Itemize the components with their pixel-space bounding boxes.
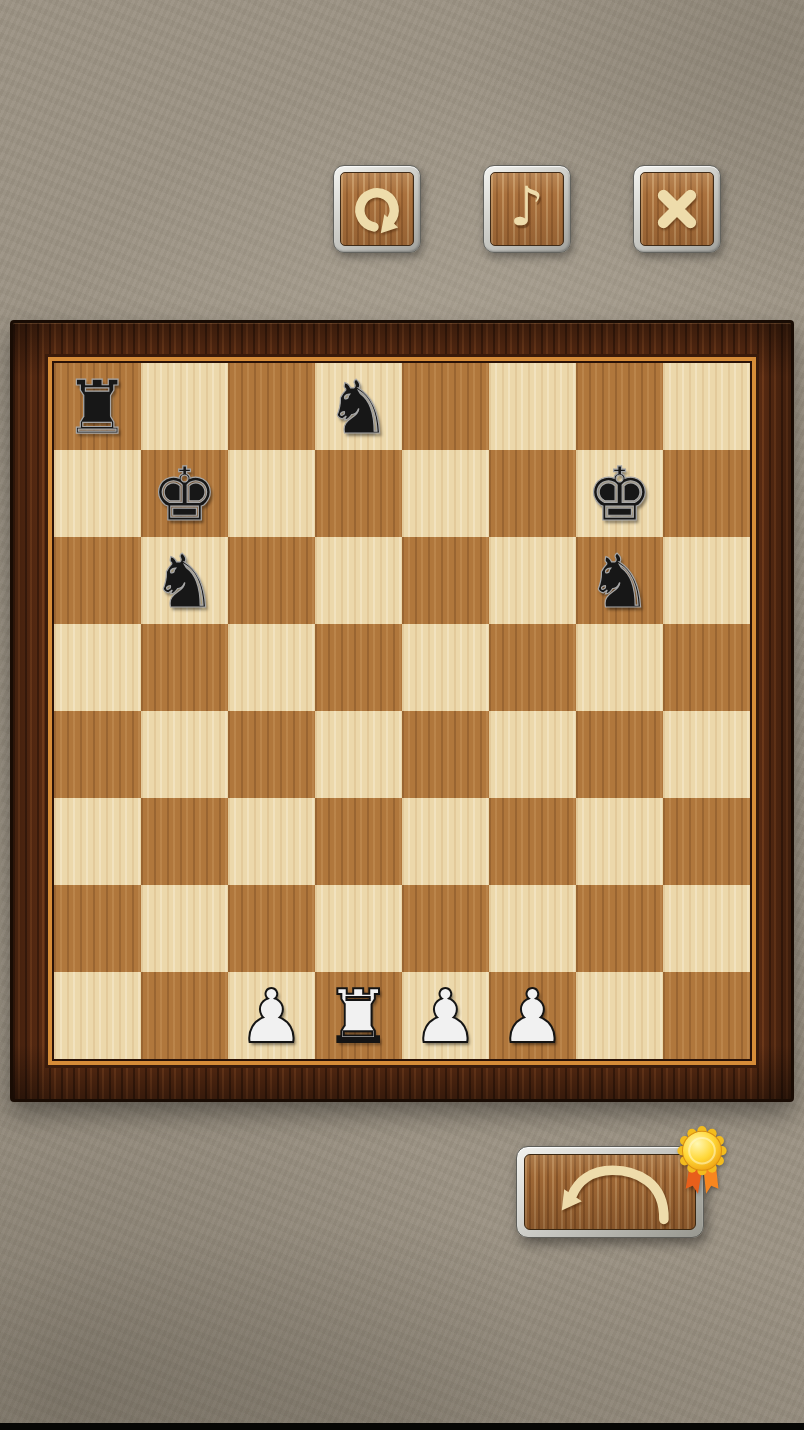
square-f4[interactable] [489, 711, 576, 798]
square-d8[interactable]: ♞ [315, 363, 402, 450]
board-grid: ♜♞♚♚♞♞♟♜♟♟ [54, 363, 750, 1059]
square-h6[interactable] [663, 537, 750, 624]
square-c6[interactable] [228, 537, 315, 624]
square-a6[interactable] [54, 537, 141, 624]
square-f5[interactable] [489, 624, 576, 711]
square-d4[interactable] [315, 711, 402, 798]
square-d6[interactable] [315, 537, 402, 624]
square-h8[interactable] [663, 363, 750, 450]
square-f3[interactable] [489, 798, 576, 885]
square-f8[interactable] [489, 363, 576, 450]
restart-button-face [340, 172, 414, 246]
square-f2[interactable] [489, 885, 576, 972]
square-h2[interactable] [663, 885, 750, 972]
square-d7[interactable] [315, 450, 402, 537]
square-e3[interactable] [402, 798, 489, 885]
square-f1[interactable]: ♟ [489, 972, 576, 1059]
bottom-bar [0, 1423, 804, 1430]
square-f6[interactable] [489, 537, 576, 624]
undo-button-face [524, 1154, 696, 1230]
close-button[interactable] [633, 165, 721, 253]
square-g8[interactable] [576, 363, 663, 450]
square-c2[interactable] [228, 885, 315, 972]
square-b3[interactable] [141, 798, 228, 885]
square-a5[interactable] [54, 624, 141, 711]
square-b6[interactable]: ♞ [141, 537, 228, 624]
chess-board-frame: ♜♞♚♚♞♞♟♜♟♟ [10, 320, 794, 1102]
black-king[interactable]: ♚ [586, 457, 652, 531]
square-b7[interactable]: ♚ [141, 450, 228, 537]
square-d3[interactable] [315, 798, 402, 885]
undo-arrow-icon [535, 1155, 685, 1229]
square-g3[interactable] [576, 798, 663, 885]
square-c4[interactable] [228, 711, 315, 798]
square-e2[interactable] [402, 885, 489, 972]
square-g6[interactable]: ♞ [576, 537, 663, 624]
undo-button[interactable] [516, 1146, 704, 1238]
sound-button-face: ♪ [490, 172, 564, 246]
close-button-face [640, 172, 714, 246]
square-c3[interactable] [228, 798, 315, 885]
square-f7[interactable] [489, 450, 576, 537]
white-rook[interactable]: ♜ [325, 979, 391, 1053]
app-screen: ♪ ♜♞♚♚♞♞♟♜♟♟ [0, 0, 804, 1430]
square-b1[interactable] [141, 972, 228, 1059]
music-note-icon: ♪ [510, 180, 544, 234]
square-b2[interactable] [141, 885, 228, 972]
square-a2[interactable] [54, 885, 141, 972]
square-g7[interactable]: ♚ [576, 450, 663, 537]
square-h4[interactable] [663, 711, 750, 798]
black-knight[interactable]: ♞ [586, 544, 652, 618]
square-e1[interactable]: ♟ [402, 972, 489, 1059]
restart-icon [346, 178, 408, 240]
square-d5[interactable] [315, 624, 402, 711]
square-e6[interactable] [402, 537, 489, 624]
square-e5[interactable] [402, 624, 489, 711]
square-a7[interactable] [54, 450, 141, 537]
square-a8[interactable]: ♜ [54, 363, 141, 450]
square-a1[interactable] [54, 972, 141, 1059]
square-h5[interactable] [663, 624, 750, 711]
square-c8[interactable] [228, 363, 315, 450]
square-c1[interactable]: ♟ [228, 972, 315, 1059]
square-h3[interactable] [663, 798, 750, 885]
square-e8[interactable] [402, 363, 489, 450]
square-h1[interactable] [663, 972, 750, 1059]
white-pawn[interactable]: ♟ [499, 979, 565, 1053]
black-knight[interactable]: ♞ [151, 544, 217, 618]
square-g2[interactable] [576, 885, 663, 972]
black-rook[interactable]: ♜ [64, 370, 130, 444]
close-icon [648, 180, 706, 238]
square-a4[interactable] [54, 711, 141, 798]
square-c5[interactable] [228, 624, 315, 711]
square-b5[interactable] [141, 624, 228, 711]
square-b8[interactable] [141, 363, 228, 450]
square-e4[interactable] [402, 711, 489, 798]
square-e7[interactable] [402, 450, 489, 537]
square-h7[interactable] [663, 450, 750, 537]
sound-button[interactable]: ♪ [483, 165, 571, 253]
restart-button[interactable] [333, 165, 421, 253]
white-pawn[interactable]: ♟ [238, 979, 304, 1053]
square-g4[interactable] [576, 711, 663, 798]
square-d1[interactable]: ♜ [315, 972, 402, 1059]
square-b4[interactable] [141, 711, 228, 798]
black-knight[interactable]: ♞ [325, 370, 391, 444]
black-king[interactable]: ♚ [151, 457, 217, 531]
square-c7[interactable] [228, 450, 315, 537]
square-g1[interactable] [576, 972, 663, 1059]
white-pawn[interactable]: ♟ [412, 979, 478, 1053]
square-a3[interactable] [54, 798, 141, 885]
square-g5[interactable] [576, 624, 663, 711]
square-d2[interactable] [315, 885, 402, 972]
